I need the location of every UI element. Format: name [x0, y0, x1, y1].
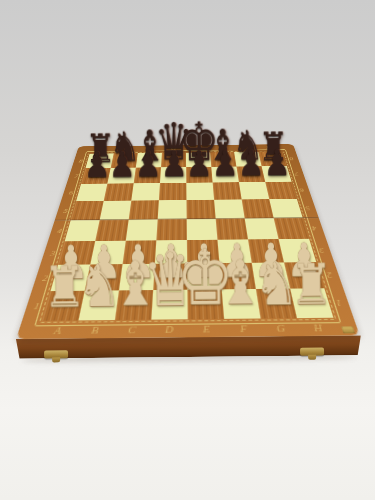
- piece-black-pawn-h7[interactable]: ♟: [263, 145, 290, 181]
- piece-white-rook-h1[interactable]: ♜: [290, 256, 333, 312]
- brand-stamp: [341, 326, 355, 333]
- piece-black-pawn-g7[interactable]: ♟: [237, 145, 264, 181]
- file-labels-bottom: ABCDEFGH: [37, 321, 338, 338]
- square-c6[interactable]: [131, 183, 160, 201]
- piece-black-pawn-e7[interactable]: ♟: [186, 146, 213, 182]
- piece-black-pawn-f7[interactable]: ♟: [211, 145, 238, 181]
- piece-black-pawn-a7[interactable]: ♟: [83, 147, 110, 183]
- square-b5[interactable]: [100, 201, 132, 220]
- square-e5[interactable]: [186, 200, 215, 219]
- coordinate-label: E: [188, 322, 226, 336]
- square-h5[interactable]: [269, 199, 302, 218]
- square-a5[interactable]: [71, 201, 104, 220]
- pieces-layer: ♜♞♝♛♚♝♞♜♟♟♟♟♟♟♟♟♟♟♟♟♟♟♟♟♜♞♝♛♚♝♞♜: [0, 0, 375, 500]
- coordinate-label: D: [150, 323, 188, 337]
- coordinate-label: H: [298, 321, 339, 335]
- square-d6[interactable]: [159, 183, 187, 201]
- coordinate-label: A: [37, 324, 78, 338]
- square-f5[interactable]: [214, 199, 245, 218]
- square-g5[interactable]: [242, 199, 274, 218]
- brass-latch-right[interactable]: [300, 348, 324, 356]
- piece-black-pawn-c7[interactable]: ♟: [134, 146, 161, 182]
- square-b6[interactable]: [104, 183, 134, 201]
- square-g6[interactable]: [239, 182, 269, 199]
- photo-scene: ABCDEFGH ABCDEFGH 87654321 87654321 ♜♞♝♛…: [0, 0, 375, 500]
- square-c5[interactable]: [129, 200, 159, 219]
- coordinate-label: C: [113, 323, 152, 337]
- brass-latch-left[interactable]: [44, 350, 68, 358]
- square-a6[interactable]: [76, 184, 107, 202]
- piece-black-pawn-b7[interactable]: ♟: [109, 146, 136, 182]
- piece-black-pawn-d7[interactable]: ♟: [160, 146, 187, 182]
- coordinate-label: B: [75, 323, 115, 337]
- square-e6[interactable]: [186, 182, 214, 200]
- square-f6[interactable]: [213, 182, 242, 200]
- square-d5[interactable]: [158, 200, 187, 219]
- coordinate-label: F: [224, 322, 263, 336]
- coordinate-label: G: [261, 321, 301, 335]
- square-h6[interactable]: [265, 182, 297, 199]
